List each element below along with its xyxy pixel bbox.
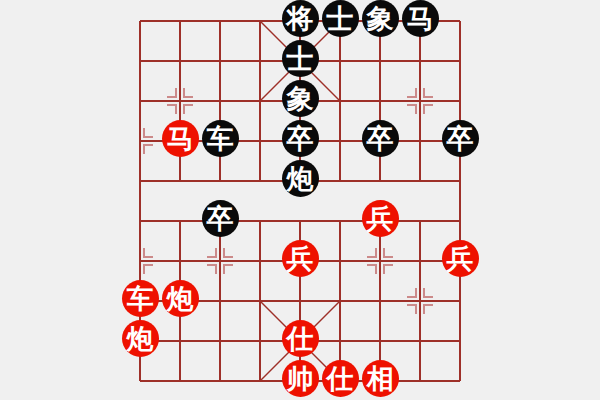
piece-red-仕[interactable]: 仕 (322, 360, 359, 397)
piece-red-兵[interactable]: 兵 (362, 200, 399, 237)
piece-red-兵[interactable]: 兵 (282, 240, 319, 277)
piece-red-兵[interactable]: 兵 (442, 240, 479, 277)
piece-red-车[interactable]: 车 (122, 280, 159, 317)
piece-red-仕[interactable]: 仕 (282, 320, 319, 357)
piece-red-炮[interactable]: 炮 (162, 280, 199, 317)
piece-black-卒[interactable]: 卒 (282, 120, 319, 157)
piece-black-象[interactable]: 象 (282, 80, 319, 117)
piece-black-卒[interactable]: 卒 (442, 120, 479, 157)
piece-black-士[interactable]: 士 (282, 40, 319, 77)
piece-red-相[interactable]: 相 (362, 360, 399, 397)
piece-black-将[interactable]: 将 (282, 0, 319, 37)
piece-black-士[interactable]: 士 (322, 0, 359, 37)
piece-black-马[interactable]: 马 (402, 0, 439, 37)
xiangqi-board[interactable]: 将士象马士象马车卒卒卒炮卒兵兵兵车炮炮仕帅仕相 (120, 1, 480, 400)
piece-red-帅[interactable]: 帅 (282, 360, 319, 397)
piece-black-象[interactable]: 象 (362, 0, 399, 37)
piece-red-马[interactable]: 马 (162, 120, 199, 157)
piece-black-卒[interactable]: 卒 (362, 120, 399, 157)
piece-red-炮[interactable]: 炮 (122, 320, 159, 357)
piece-black-卒[interactable]: 卒 (202, 200, 239, 237)
xiangqi-screenshot: 将士象马士象马车卒卒卒炮卒兵兵兵车炮炮仕帅仕相 (0, 0, 600, 400)
piece-black-炮[interactable]: 炮 (282, 160, 319, 197)
piece-black-车[interactable]: 车 (202, 120, 239, 157)
